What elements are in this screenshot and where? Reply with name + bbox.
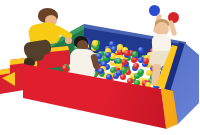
- ball: [124, 50, 130, 56]
- ball: [133, 63, 139, 69]
- ball-pit-scene: [0, 0, 200, 135]
- ball: [110, 67, 116, 73]
- ball: [116, 58, 122, 64]
- ball: [132, 51, 138, 57]
- ball: [110, 53, 116, 59]
- ball: [111, 46, 117, 52]
- ball: [106, 74, 112, 80]
- ball: [121, 67, 127, 73]
- ball: [120, 74, 126, 80]
